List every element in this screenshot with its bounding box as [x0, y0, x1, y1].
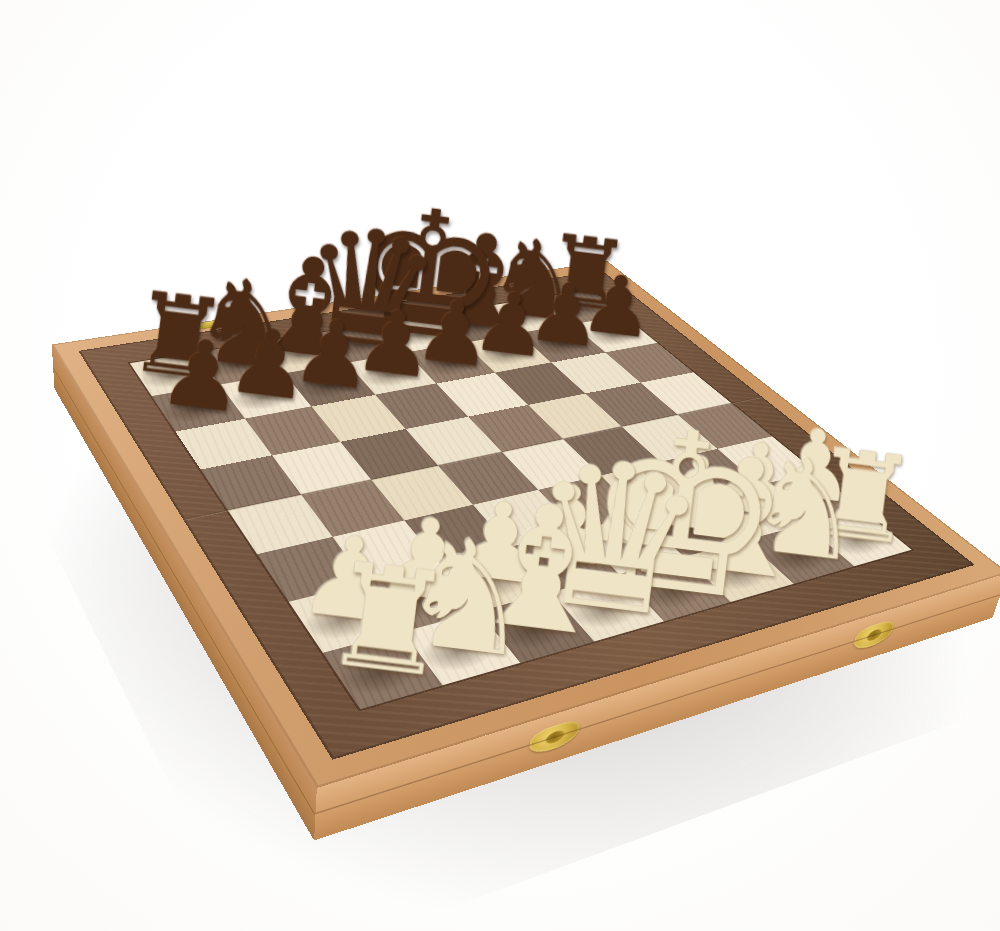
brass-clasp-icon [528, 717, 581, 757]
brass-clasp-icon [851, 618, 896, 653]
product-photo-stage: Angled product photo of a wooden folding… [0, 0, 1000, 931]
square-a1[interactable]: ♜ [323, 632, 443, 709]
